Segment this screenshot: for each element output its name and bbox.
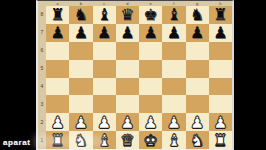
rank-label-6: 6 xyxy=(38,42,46,60)
square-d8[interactable]: ♛ xyxy=(116,6,139,24)
white-rook-a1[interactable]: ♜ xyxy=(50,132,64,149)
white-pawn-b2[interactable]: ♟ xyxy=(74,114,88,131)
white-pawn-d2[interactable]: ♟ xyxy=(120,114,134,131)
white-bishop-c1[interactable]: ♝ xyxy=(97,132,111,149)
square-b5[interactable] xyxy=(69,60,92,78)
black-pawn-f7[interactable]: ♟ xyxy=(167,24,181,41)
rank-label-2: 2 xyxy=(38,113,46,131)
square-b1[interactable]: ♞ xyxy=(69,131,92,149)
black-pawn-b7[interactable]: ♟ xyxy=(74,24,88,41)
square-h4[interactable] xyxy=(209,78,232,96)
square-e7[interactable]: ♟ xyxy=(139,24,162,42)
square-h8[interactable]: ♜ xyxy=(209,6,232,24)
rank-label-7: 7 xyxy=(38,24,46,42)
black-queen-d8[interactable]: ♛ xyxy=(120,6,134,23)
square-c5[interactable] xyxy=(93,60,116,78)
black-pawn-d7[interactable]: ♟ xyxy=(120,24,134,41)
square-c4[interactable] xyxy=(93,78,116,96)
white-pawn-e2[interactable]: ♟ xyxy=(143,114,157,131)
square-a2[interactable]: ♟ xyxy=(46,113,69,131)
square-g6[interactable] xyxy=(186,42,209,60)
black-rook-h8[interactable]: ♜ xyxy=(213,6,227,23)
square-h3[interactable] xyxy=(209,95,232,113)
black-pawn-a7[interactable]: ♟ xyxy=(50,24,64,41)
square-f8[interactable]: ♝ xyxy=(162,6,185,24)
square-f1[interactable]: ♝ xyxy=(162,131,185,149)
square-d7[interactable]: ♟ xyxy=(116,24,139,42)
white-pawn-g2[interactable]: ♟ xyxy=(190,114,204,131)
square-h2[interactable]: ♟ xyxy=(209,113,232,131)
square-h5[interactable] xyxy=(209,60,232,78)
square-g5[interactable] xyxy=(186,60,209,78)
black-rook-a8[interactable]: ♜ xyxy=(50,6,64,23)
square-b4[interactable] xyxy=(69,78,92,96)
square-f3[interactable] xyxy=(162,95,185,113)
square-a6[interactable] xyxy=(46,42,69,60)
square-e6[interactable] xyxy=(139,42,162,60)
square-c6[interactable] xyxy=(93,42,116,60)
square-h7[interactable]: ♟ xyxy=(209,24,232,42)
white-queen-d1[interactable]: ♛ xyxy=(120,132,134,149)
square-e4[interactable] xyxy=(139,78,162,96)
square-c3[interactable] xyxy=(93,95,116,113)
square-c7[interactable]: ♟ xyxy=(93,24,116,42)
square-f6[interactable] xyxy=(162,42,185,60)
white-pawn-a2[interactable]: ♟ xyxy=(50,114,64,131)
square-e1[interactable]: ♚ xyxy=(139,131,162,149)
watermark: aparat xyxy=(3,138,31,147)
square-g7[interactable]: ♟ xyxy=(186,24,209,42)
rank-label-5: 5 xyxy=(38,60,46,78)
square-h6[interactable] xyxy=(209,42,232,60)
square-g3[interactable] xyxy=(186,95,209,113)
square-g1[interactable]: ♞ xyxy=(186,131,209,149)
rank-label-4: 4 xyxy=(38,78,46,96)
black-pawn-g7[interactable]: ♟ xyxy=(190,24,204,41)
white-pawn-f2[interactable]: ♟ xyxy=(167,114,181,131)
square-e8[interactable]: ♚ xyxy=(139,6,162,24)
square-c2[interactable]: ♟ xyxy=(93,113,116,131)
rank-label-1: 1 xyxy=(38,131,46,149)
square-d6[interactable] xyxy=(116,42,139,60)
square-b7[interactable]: ♟ xyxy=(69,24,92,42)
white-pawn-c2[interactable]: ♟ xyxy=(97,114,111,131)
square-e5[interactable] xyxy=(139,60,162,78)
square-d1[interactable]: ♛ xyxy=(116,131,139,149)
square-g8[interactable]: ♞ xyxy=(186,6,209,24)
square-c8[interactable]: ♝ xyxy=(93,6,116,24)
square-c1[interactable]: ♝ xyxy=(93,131,116,149)
square-b3[interactable] xyxy=(69,95,92,113)
square-d5[interactable] xyxy=(116,60,139,78)
square-f5[interactable] xyxy=(162,60,185,78)
square-b8[interactable]: ♞ xyxy=(69,6,92,24)
black-pawn-h7[interactable]: ♟ xyxy=(213,24,227,41)
white-bishop-f1[interactable]: ♝ xyxy=(167,132,181,149)
black-knight-b8[interactable]: ♞ xyxy=(74,6,88,23)
square-e3[interactable] xyxy=(139,95,162,113)
rank-label-8: 8 xyxy=(38,6,46,24)
square-f7[interactable]: ♟ xyxy=(162,24,185,42)
square-d2[interactable]: ♟ xyxy=(116,113,139,131)
square-a7[interactable]: ♟ xyxy=(46,24,69,42)
chess-board: abcdefgh8♜♞♝♛♚♝♞♜7♟♟♟♟♟♟♟♟65432♟♟♟♟♟♟♟♟1… xyxy=(36,0,234,150)
square-a4[interactable] xyxy=(46,78,69,96)
white-rook-h1[interactable]: ♜ xyxy=(213,132,227,149)
square-a1[interactable]: ♜ xyxy=(46,131,69,149)
square-g2[interactable]: ♟ xyxy=(186,113,209,131)
black-knight-g8[interactable]: ♞ xyxy=(190,6,204,23)
white-knight-g1[interactable]: ♞ xyxy=(190,132,204,149)
square-a3[interactable] xyxy=(46,95,69,113)
square-d3[interactable] xyxy=(116,95,139,113)
square-f2[interactable]: ♟ xyxy=(162,113,185,131)
black-pawn-c7[interactable]: ♟ xyxy=(97,24,111,41)
black-bishop-f8[interactable]: ♝ xyxy=(167,6,181,23)
black-bishop-c8[interactable]: ♝ xyxy=(97,6,111,23)
black-pawn-e7[interactable]: ♟ xyxy=(143,24,157,41)
black-king-e8[interactable]: ♚ xyxy=(143,6,157,23)
square-h1[interactable]: ♜ xyxy=(209,131,232,149)
rank-label-3: 3 xyxy=(38,95,46,113)
white-pawn-h2[interactable]: ♟ xyxy=(213,114,227,131)
square-f4[interactable] xyxy=(162,78,185,96)
square-b6[interactable] xyxy=(69,42,92,60)
square-b2[interactable]: ♟ xyxy=(69,113,92,131)
square-g4[interactable] xyxy=(186,78,209,96)
white-king-e1[interactable]: ♚ xyxy=(143,132,157,149)
video-frame: abcdefgh8♜♞♝♛♚♝♞♜7♟♟♟♟♟♟♟♟65432♟♟♟♟♟♟♟♟1… xyxy=(0,0,266,150)
square-e2[interactable]: ♟ xyxy=(139,113,162,131)
square-a5[interactable] xyxy=(46,60,69,78)
square-d4[interactable] xyxy=(116,78,139,96)
white-knight-b1[interactable]: ♞ xyxy=(74,132,88,149)
square-a8[interactable]: ♜ xyxy=(46,6,69,24)
